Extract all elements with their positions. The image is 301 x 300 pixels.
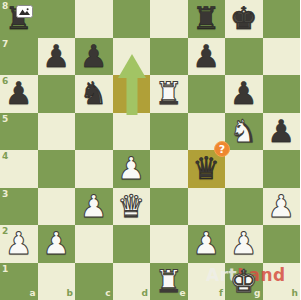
square-a4[interactable]: 4	[0, 150, 38, 188]
piece-black-knight[interactable]: ♞	[75, 75, 113, 113]
piece-white-pawn[interactable]: ♟	[75, 188, 113, 226]
square-a1[interactable]: 1a	[0, 263, 38, 300]
square-d8[interactable]	[113, 0, 151, 38]
square-f8[interactable]: ♜	[188, 0, 226, 38]
square-d4[interactable]: ♟	[113, 150, 151, 188]
square-b1[interactable]: b	[38, 263, 76, 300]
square-b6[interactable]	[38, 75, 76, 113]
square-h1[interactable]: h	[263, 263, 301, 300]
piece-white-king[interactable]: ♚	[225, 263, 263, 300]
square-d1[interactable]: d	[113, 263, 151, 300]
image-placeholder-icon	[16, 5, 33, 18]
piece-black-pawn[interactable]: ♟	[0, 75, 38, 113]
square-c5[interactable]	[75, 113, 113, 151]
square-h3[interactable]: ♟	[263, 188, 301, 226]
file-label-h: h	[292, 289, 298, 298]
square-b5[interactable]	[38, 113, 76, 151]
square-h7[interactable]	[263, 38, 301, 76]
square-g5[interactable]: ♞	[225, 113, 263, 151]
piece-white-pawn[interactable]: ♟	[38, 225, 76, 263]
square-d2[interactable]	[113, 225, 151, 263]
chess-board: 8♜♜♚7♟♟♟6♟♞♜♟5♞♟4♟♛3♟♛♟2♟♟♟♟1abcde♜fg♚h	[0, 0, 300, 300]
square-e7[interactable]	[150, 38, 188, 76]
rank-label-7: 7	[2, 40, 8, 49]
mistake-question-badge: ?	[214, 141, 230, 157]
square-d5[interactable]	[113, 113, 151, 151]
square-a6[interactable]: 6♟	[0, 75, 38, 113]
square-h6[interactable]	[263, 75, 301, 113]
piece-black-pawn[interactable]: ♟	[75, 38, 113, 76]
piece-white-pawn[interactable]: ♟	[225, 225, 263, 263]
square-g8[interactable]: ♚	[225, 0, 263, 38]
piece-black-pawn[interactable]: ♟	[225, 75, 263, 113]
square-c7[interactable]: ♟	[75, 38, 113, 76]
square-f7[interactable]: ♟	[188, 38, 226, 76]
square-h2[interactable]	[263, 225, 301, 263]
piece-black-pawn[interactable]: ♟	[263, 113, 301, 151]
square-d6[interactable]	[113, 75, 151, 113]
piece-black-rook[interactable]: ♜	[188, 0, 226, 38]
file-label-f: f	[219, 289, 223, 298]
square-c1[interactable]: c	[75, 263, 113, 300]
mistake-question-badge-label: ?	[219, 143, 225, 156]
square-c6[interactable]: ♞	[75, 75, 113, 113]
square-e8[interactable]	[150, 0, 188, 38]
file-label-d: d	[142, 289, 148, 298]
square-c2[interactable]	[75, 225, 113, 263]
square-b7[interactable]: ♟	[38, 38, 76, 76]
square-e3[interactable]	[150, 188, 188, 226]
rank-label-3: 3	[2, 190, 8, 199]
piece-white-pawn[interactable]: ♟	[0, 225, 38, 263]
square-e1[interactable]: e♜	[150, 263, 188, 300]
square-c4[interactable]	[75, 150, 113, 188]
square-g4[interactable]	[225, 150, 263, 188]
square-d3[interactable]: ♛	[113, 188, 151, 226]
square-f1[interactable]: f	[188, 263, 226, 300]
piece-white-queen[interactable]: ♛	[113, 188, 151, 226]
piece-white-knight[interactable]: ♞	[225, 113, 263, 151]
square-a2[interactable]: 2♟	[0, 225, 38, 263]
rank-label-5: 5	[2, 115, 8, 124]
square-e5[interactable]	[150, 113, 188, 151]
square-f2[interactable]: ♟	[188, 225, 226, 263]
piece-white-rook[interactable]: ♜	[150, 75, 188, 113]
square-h4[interactable]	[263, 150, 301, 188]
piece-white-pawn[interactable]: ♟	[263, 188, 301, 226]
piece-white-pawn[interactable]: ♟	[113, 150, 151, 188]
square-g6[interactable]: ♟	[225, 75, 263, 113]
square-b8[interactable]	[38, 0, 76, 38]
square-b2[interactable]: ♟	[38, 225, 76, 263]
square-c3[interactable]: ♟	[75, 188, 113, 226]
square-h8[interactable]	[263, 0, 301, 38]
square-e6[interactable]: ♜	[150, 75, 188, 113]
square-b3[interactable]	[38, 188, 76, 226]
square-a7[interactable]: 7	[0, 38, 38, 76]
rank-label-1: 1	[2, 265, 8, 274]
piece-black-king[interactable]: ♚	[225, 0, 263, 38]
file-label-a: a	[29, 289, 35, 298]
square-a5[interactable]: 5	[0, 113, 38, 151]
square-a3[interactable]: 3	[0, 188, 38, 226]
piece-white-pawn[interactable]: ♟	[188, 225, 226, 263]
square-b4[interactable]	[38, 150, 76, 188]
square-f6[interactable]	[188, 75, 226, 113]
rank-label-4: 4	[2, 152, 8, 161]
square-d7[interactable]	[113, 38, 151, 76]
square-c8[interactable]	[75, 0, 113, 38]
piece-black-pawn[interactable]: ♟	[38, 38, 76, 76]
chess-app-screenshot: 8♜♜♚7♟♟♟6♟♞♜♟5♞♟4♟♛3♟♛♟2♟♟♟♟1abcde♜fg♚h …	[0, 0, 300, 300]
square-h5[interactable]: ♟	[263, 113, 301, 151]
square-f3[interactable]	[188, 188, 226, 226]
square-e2[interactable]	[150, 225, 188, 263]
square-g3[interactable]	[225, 188, 263, 226]
piece-black-pawn[interactable]: ♟	[188, 38, 226, 76]
square-e4[interactable]	[150, 150, 188, 188]
square-g2[interactable]: ♟	[225, 225, 263, 263]
file-label-b: b	[67, 289, 73, 298]
piece-white-rook[interactable]: ♜	[150, 263, 188, 300]
square-g7[interactable]	[225, 38, 263, 76]
file-label-c: c	[105, 289, 110, 298]
square-a8[interactable]: 8♜	[0, 0, 38, 38]
square-g1[interactable]: g♚	[225, 263, 263, 300]
